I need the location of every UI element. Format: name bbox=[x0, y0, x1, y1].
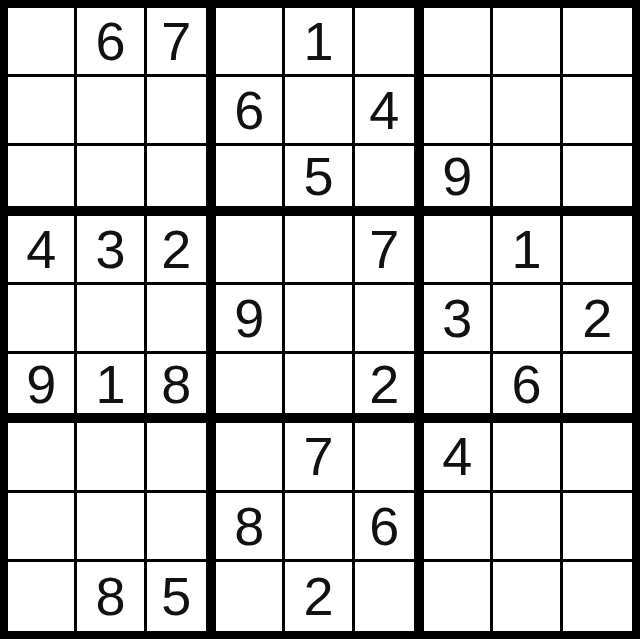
cell-r9c9-empty[interactable] bbox=[563, 562, 632, 631]
cell-r3c3-empty[interactable] bbox=[147, 146, 216, 215]
cell-r2c3-empty[interactable] bbox=[147, 77, 216, 146]
cell-r3c1-empty[interactable] bbox=[8, 146, 77, 215]
cell-r3c9-empty[interactable] bbox=[563, 146, 632, 215]
cell-r6c7-empty[interactable] bbox=[424, 354, 493, 423]
cell-r1c5-given[interactable]: 1 bbox=[285, 8, 354, 77]
cell-r7c8-empty[interactable] bbox=[493, 423, 562, 492]
cell-r6c5-empty[interactable] bbox=[285, 354, 354, 423]
cell-r3c6-empty[interactable] bbox=[355, 146, 424, 215]
cell-r7c6-empty[interactable] bbox=[355, 423, 424, 492]
cell-r2c7-empty[interactable] bbox=[424, 77, 493, 146]
cell-r8c9-empty[interactable] bbox=[563, 493, 632, 562]
cell-r5c3-empty[interactable] bbox=[147, 285, 216, 354]
cell-r5c7-given[interactable]: 3 bbox=[424, 285, 493, 354]
cell-r5c6-empty[interactable] bbox=[355, 285, 424, 354]
cell-r1c8-empty[interactable] bbox=[493, 8, 562, 77]
cell-r4c7-empty[interactable] bbox=[424, 216, 493, 285]
cell-r6c6-given[interactable]: 2 bbox=[355, 354, 424, 423]
cell-r4c2-given[interactable]: 3 bbox=[77, 216, 146, 285]
cell-r9c6-empty[interactable] bbox=[355, 562, 424, 631]
cell-r7c5-given[interactable]: 7 bbox=[285, 423, 354, 492]
cell-r8c6-given[interactable]: 6 bbox=[355, 493, 424, 562]
cell-r8c8-empty[interactable] bbox=[493, 493, 562, 562]
cell-r7c4-empty[interactable] bbox=[216, 423, 285, 492]
cell-r4c6-given[interactable]: 7 bbox=[355, 216, 424, 285]
cell-r5c2-empty[interactable] bbox=[77, 285, 146, 354]
cell-r5c4-given[interactable]: 9 bbox=[216, 285, 285, 354]
cell-r7c9-empty[interactable] bbox=[563, 423, 632, 492]
cell-r4c9-empty[interactable] bbox=[563, 216, 632, 285]
cell-r4c5-empty[interactable] bbox=[285, 216, 354, 285]
cell-r3c4-empty[interactable] bbox=[216, 146, 285, 215]
cell-r8c1-empty[interactable] bbox=[8, 493, 77, 562]
cell-r2c6-given[interactable]: 4 bbox=[355, 77, 424, 146]
cell-r1c7-empty[interactable] bbox=[424, 8, 493, 77]
cell-r3c8-empty[interactable] bbox=[493, 146, 562, 215]
cell-r3c2-empty[interactable] bbox=[77, 146, 146, 215]
cell-r1c2-given[interactable]: 6 bbox=[77, 8, 146, 77]
cell-r7c1-empty[interactable] bbox=[8, 423, 77, 492]
cell-r8c4-given[interactable]: 8 bbox=[216, 493, 285, 562]
cell-r2c9-empty[interactable] bbox=[563, 77, 632, 146]
cell-r4c8-given[interactable]: 1 bbox=[493, 216, 562, 285]
cell-r6c3-given[interactable]: 8 bbox=[147, 354, 216, 423]
cell-r8c7-empty[interactable] bbox=[424, 493, 493, 562]
cell-r4c4-empty[interactable] bbox=[216, 216, 285, 285]
cell-r4c1-given[interactable]: 4 bbox=[8, 216, 77, 285]
cell-r6c8-given[interactable]: 6 bbox=[493, 354, 562, 423]
cell-r2c2-empty[interactable] bbox=[77, 77, 146, 146]
cell-r9c2-given[interactable]: 8 bbox=[77, 562, 146, 631]
cell-r9c8-empty[interactable] bbox=[493, 562, 562, 631]
cell-r2c5-empty[interactable] bbox=[285, 77, 354, 146]
cell-r1c3-given[interactable]: 7 bbox=[147, 8, 216, 77]
cell-r1c1-empty[interactable] bbox=[8, 8, 77, 77]
cell-r4c3-given[interactable]: 2 bbox=[147, 216, 216, 285]
cell-r8c3-empty[interactable] bbox=[147, 493, 216, 562]
cell-r9c5-given[interactable]: 2 bbox=[285, 562, 354, 631]
cell-r9c7-empty[interactable] bbox=[424, 562, 493, 631]
cell-r2c8-empty[interactable] bbox=[493, 77, 562, 146]
cell-r2c1-empty[interactable] bbox=[8, 77, 77, 146]
cell-r5c9-given[interactable]: 2 bbox=[563, 285, 632, 354]
cell-r5c1-empty[interactable] bbox=[8, 285, 77, 354]
cell-r1c6-empty[interactable] bbox=[355, 8, 424, 77]
cell-r1c4-empty[interactable] bbox=[216, 8, 285, 77]
cell-r9c4-empty[interactable] bbox=[216, 562, 285, 631]
cell-r2c4-given[interactable]: 6 bbox=[216, 77, 285, 146]
cell-r9c3-given[interactable]: 5 bbox=[147, 562, 216, 631]
cell-r3c5-given[interactable]: 5 bbox=[285, 146, 354, 215]
cell-r6c2-given[interactable]: 1 bbox=[77, 354, 146, 423]
cell-r5c5-empty[interactable] bbox=[285, 285, 354, 354]
cell-r3c7-given[interactable]: 9 bbox=[424, 146, 493, 215]
cell-r9c1-empty[interactable] bbox=[8, 562, 77, 631]
cell-r8c5-empty[interactable] bbox=[285, 493, 354, 562]
cell-r7c2-empty[interactable] bbox=[77, 423, 146, 492]
cell-r5c8-empty[interactable] bbox=[493, 285, 562, 354]
cell-r7c7-given[interactable]: 4 bbox=[424, 423, 493, 492]
cell-r7c3-empty[interactable] bbox=[147, 423, 216, 492]
cell-r6c9-empty[interactable] bbox=[563, 354, 632, 423]
cell-r6c1-given[interactable]: 9 bbox=[8, 354, 77, 423]
sudoku-board: 671645943271932918267486852 bbox=[0, 0, 640, 639]
cell-r6c4-empty[interactable] bbox=[216, 354, 285, 423]
cell-r1c9-empty[interactable] bbox=[563, 8, 632, 77]
cell-r8c2-empty[interactable] bbox=[77, 493, 146, 562]
